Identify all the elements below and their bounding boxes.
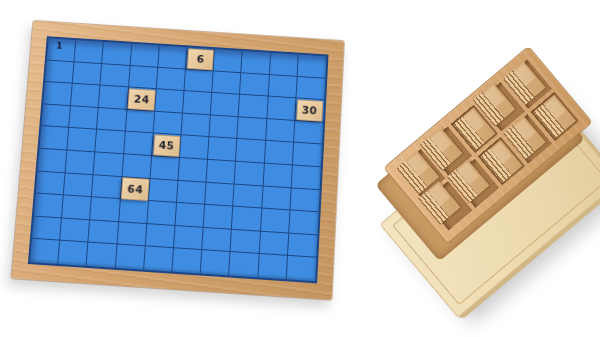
tile-box-assembly — [378, 50, 600, 310]
number-tile-label: 64 — [121, 177, 149, 200]
number-tile-30[interactable]: 30 — [295, 99, 324, 123]
number-tile-label: 24 — [128, 88, 156, 111]
number-tile-6[interactable]: 6 — [186, 47, 215, 71]
tile-layer: 624304564 — [30, 38, 326, 281]
board-frame: 1 624304564 — [11, 21, 344, 300]
number-tile-64[interactable]: 64 — [120, 177, 150, 201]
number-tile-45[interactable]: 45 — [152, 134, 182, 158]
number-tile-24[interactable]: 24 — [127, 88, 157, 112]
number-tile-label: 6 — [187, 48, 214, 70]
hundred-board: 1 624304564 — [11, 21, 344, 300]
board-surface: 1 624304564 — [28, 36, 329, 283]
number-tile-label: 45 — [153, 134, 181, 157]
number-tile-label: 30 — [296, 99, 323, 122]
product-photo: 1 624304564 — [0, 0, 600, 337]
